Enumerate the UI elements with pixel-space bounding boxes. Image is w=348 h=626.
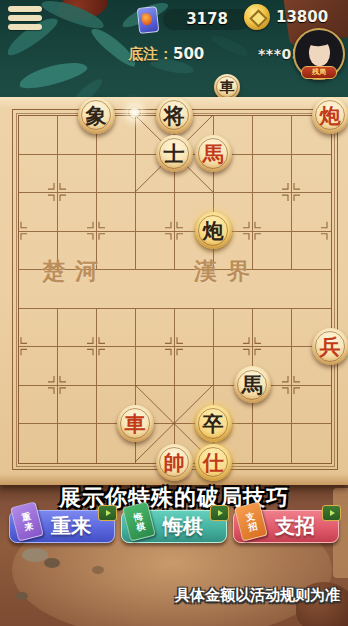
ad-video-icon <box>322 505 341 521</box>
piece-i4[interactable]: 兵 <box>312 328 348 365</box>
pebble <box>44 558 60 568</box>
restart-book-icon: 重来 <box>10 501 44 541</box>
restart-label: 重来 <box>51 513 91 540</box>
piece-f7[interactable]: 炮 <box>195 212 232 249</box>
ad-video-icon <box>98 505 117 521</box>
footer-note: 具体金额以活动规则为准 <box>0 586 340 605</box>
piece-f2[interactable]: 卒 <box>195 405 232 442</box>
undo-button[interactable]: 悔棋 悔棋 <box>121 510 227 543</box>
river-label-left: 楚河 <box>42 252 108 290</box>
piece-f9[interactable]: 馬 <box>195 135 232 172</box>
base-bet-label: 底注： <box>128 45 173 63</box>
hint-label: 支招 <box>275 513 315 540</box>
menu-button[interactable] <box>8 6 42 30</box>
avatar-badge: 残局 <box>301 66 337 79</box>
piece-e10[interactable]: 将 <box>156 97 193 134</box>
card-icon <box>137 6 160 34</box>
base-bet-value: 500 <box>173 45 204 63</box>
piece-c10[interactable]: 象 <box>78 97 115 134</box>
piece-d2[interactable]: 車 <box>117 405 154 442</box>
xiangqi-board: 楚河 漢界 象将炮士馬炮兵馬車卒帥仕 <box>0 97 348 485</box>
undo-label: 悔棋 <box>163 513 203 540</box>
restart-button[interactable]: 重来 重来 <box>9 510 115 543</box>
hint-book-icon: 支招 <box>234 501 268 541</box>
piece-f1[interactable]: 仕 <box>195 444 232 481</box>
river-label-right: 漢界 <box>194 252 260 290</box>
pebble <box>92 566 104 574</box>
sparkle-highlight <box>128 106 141 119</box>
action-bar: 重来 重来 悔棋 悔棋 支招 支招 <box>0 507 348 549</box>
card-count: 3178 <box>163 9 251 30</box>
undo-book-icon: 悔棋 <box>122 501 156 541</box>
card-currency: 3178 <box>138 6 254 32</box>
hint-button[interactable]: 支招 支招 <box>233 510 339 543</box>
base-bet: 底注：500 <box>128 44 258 64</box>
piece-i10[interactable]: 炮 <box>312 97 348 134</box>
coin-currency: 13800 <box>244 4 348 32</box>
piece-e1[interactable]: 帥 <box>156 444 193 481</box>
piece-g3[interactable]: 馬 <box>234 366 271 403</box>
coin-count: 13800 <box>276 7 346 28</box>
piece-e9[interactable]: 士 <box>156 135 193 172</box>
coin-icon <box>244 4 270 30</box>
ad-video-icon <box>210 505 229 521</box>
